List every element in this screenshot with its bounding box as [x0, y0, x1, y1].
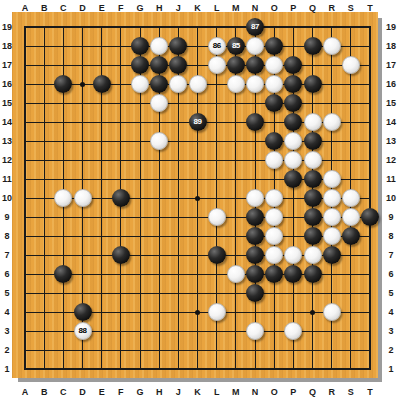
row-label-right: 14: [384, 116, 398, 128]
white-stone-H18[interactable]: [150, 37, 168, 55]
column-label-bottom: N: [247, 386, 263, 398]
black-stone-N8[interactable]: [246, 227, 264, 245]
white-stone-O8[interactable]: [265, 227, 283, 245]
black-stone-P16[interactable]: [284, 75, 302, 93]
column-label-top: L: [209, 2, 225, 14]
column-label-top: H: [151, 2, 167, 14]
black-stone-H16[interactable]: [150, 75, 168, 93]
black-stone-C6[interactable]: [54, 265, 72, 283]
row-label-right: 13: [384, 135, 398, 147]
white-stone-N18[interactable]: [246, 37, 264, 55]
column-label-bottom: A: [17, 386, 33, 398]
black-stone-R7[interactable]: [323, 246, 341, 264]
column-label-top: S: [343, 2, 359, 14]
column-label-top: F: [113, 2, 129, 14]
black-stone-D4[interactable]: [74, 303, 92, 321]
star-point: [310, 310, 315, 315]
black-stone-P6[interactable]: [284, 265, 302, 283]
black-stone-N14[interactable]: [246, 113, 264, 131]
row-label-left: 15: [0, 97, 14, 109]
white-stone-J16[interactable]: [169, 75, 187, 93]
row-label-left: 4: [0, 306, 14, 318]
column-label-bottom: P: [285, 386, 301, 398]
black-stone-O6[interactable]: [265, 265, 283, 283]
row-label-left: 6: [0, 268, 14, 280]
move-number-label: 89: [194, 118, 202, 126]
black-stone-N7[interactable]: [246, 246, 264, 264]
grid-line: [369, 26, 371, 370]
white-stone-N3[interactable]: [246, 322, 264, 340]
column-label-bottom: T: [362, 386, 378, 398]
black-stone-G18[interactable]: [131, 37, 149, 55]
star-point: [195, 196, 200, 201]
row-label-right: 6: [384, 268, 398, 280]
column-label-top: N: [247, 2, 263, 14]
black-stone-N5[interactable]: [246, 284, 264, 302]
white-stone-P12[interactable]: [284, 151, 302, 169]
black-stone-Q8[interactable]: [304, 227, 322, 245]
go-board: 8786858988: [12, 12, 378, 378]
black-stone-O13[interactable]: [265, 132, 283, 150]
black-stone-J17[interactable]: [169, 56, 187, 74]
black-stone-T9[interactable]: [361, 208, 379, 226]
go-app-window: 8786858988 AABBCCDDEEFFGGHHJJKKLLMMNNOOP…: [0, 0, 400, 400]
white-stone-R10[interactable]: [323, 189, 341, 207]
black-stone-E16[interactable]: [93, 75, 111, 93]
white-stone-S9[interactable]: [342, 208, 360, 226]
black-stone-Q18[interactable]: [304, 37, 322, 55]
black-stone-Q11[interactable]: [304, 170, 322, 188]
black-stone-S8[interactable]: [342, 227, 360, 245]
column-label-top: A: [17, 2, 33, 14]
white-stone-L18[interactable]: 86: [208, 37, 226, 55]
black-stone-P14[interactable]: [284, 113, 302, 131]
white-stone-R8[interactable]: [323, 227, 341, 245]
white-stone-O12[interactable]: [265, 151, 283, 169]
move-number-label: 88: [79, 327, 87, 335]
row-label-right: 1: [384, 363, 398, 375]
column-label-top: P: [285, 2, 301, 14]
white-stone-S10[interactable]: [342, 189, 360, 207]
white-stone-N10[interactable]: [246, 189, 264, 207]
white-stone-M6[interactable]: [227, 265, 245, 283]
row-label-right: 15: [384, 97, 398, 109]
column-label-top: M: [228, 2, 244, 14]
white-stone-G16[interactable]: [131, 75, 149, 93]
white-stone-R9[interactable]: [323, 208, 341, 226]
row-label-right: 4: [384, 306, 398, 318]
column-label-bottom: E: [94, 386, 110, 398]
column-label-top: Q: [305, 2, 321, 14]
row-label-right: 18: [384, 40, 398, 52]
row-label-left: 14: [0, 116, 14, 128]
row-label-right: 9: [384, 211, 398, 223]
row-label-right: 17: [384, 59, 398, 71]
row-label-right: 2: [384, 344, 398, 356]
black-stone-P17[interactable]: [284, 56, 302, 74]
column-label-bottom: S: [343, 386, 359, 398]
grid-line: [24, 26, 26, 370]
white-stone-R14[interactable]: [323, 113, 341, 131]
black-stone-F7[interactable]: [112, 246, 130, 264]
row-label-left: 1: [0, 363, 14, 375]
black-stone-Q6[interactable]: [304, 265, 322, 283]
white-stone-P3[interactable]: [284, 322, 302, 340]
column-label-bottom: Q: [305, 386, 321, 398]
black-stone-L7[interactable]: [208, 246, 226, 264]
row-label-right: 11: [384, 173, 398, 185]
white-stone-R18[interactable]: [323, 37, 341, 55]
row-label-left: 3: [0, 325, 14, 337]
black-stone-O15[interactable]: [265, 94, 283, 112]
column-label-bottom: R: [324, 386, 340, 398]
column-label-bottom: D: [75, 386, 91, 398]
column-label-bottom: M: [228, 386, 244, 398]
column-label-bottom: C: [55, 386, 71, 398]
row-label-right: 19: [384, 21, 398, 33]
white-stone-P13[interactable]: [284, 132, 302, 150]
white-stone-H13[interactable]: [150, 132, 168, 150]
column-label-top: O: [266, 2, 282, 14]
black-stone-M18[interactable]: 85: [227, 37, 245, 55]
black-stone-G17[interactable]: [131, 56, 149, 74]
column-label-bottom: J: [170, 386, 186, 398]
row-label-left: 11: [0, 173, 14, 185]
row-label-left: 8: [0, 230, 14, 242]
column-label-bottom: F: [113, 386, 129, 398]
row-label-left: 12: [0, 154, 14, 166]
black-stone-N9[interactable]: [246, 208, 264, 226]
row-label-left: 16: [0, 78, 14, 90]
white-stone-Q12[interactable]: [304, 151, 322, 169]
row-label-right: 8: [384, 230, 398, 242]
row-label-left: 17: [0, 59, 14, 71]
row-label-left: 2: [0, 344, 14, 356]
row-label-right: 10: [384, 192, 398, 204]
column-label-top: C: [55, 2, 71, 14]
white-stone-M16[interactable]: [227, 75, 245, 93]
white-stone-N16[interactable]: [246, 75, 264, 93]
white-stone-K16[interactable]: [189, 75, 207, 93]
white-stone-O17[interactable]: [265, 56, 283, 74]
row-label-left: 10: [0, 192, 14, 204]
row-label-right: 12: [384, 154, 398, 166]
star-point: [195, 310, 200, 315]
black-stone-N19[interactable]: 87: [246, 18, 264, 36]
black-stone-M17[interactable]: [227, 56, 245, 74]
row-label-right: 5: [384, 287, 398, 299]
black-stone-H17[interactable]: [150, 56, 168, 74]
column-label-top: D: [75, 2, 91, 14]
row-label-left: 7: [0, 249, 14, 261]
row-label-left: 13: [0, 135, 14, 147]
black-stone-Q16[interactable]: [304, 75, 322, 93]
column-label-top: E: [94, 2, 110, 14]
move-number-label: 85: [232, 42, 240, 50]
black-stone-Q9[interactable]: [304, 208, 322, 226]
row-label-right: 7: [384, 249, 398, 261]
row-label-left: 18: [0, 40, 14, 52]
move-number-label: 86: [213, 42, 221, 50]
black-stone-F10[interactable]: [112, 189, 130, 207]
column-label-bottom: L: [209, 386, 225, 398]
column-label-top: B: [36, 2, 52, 14]
white-stone-S17[interactable]: [342, 56, 360, 74]
black-stone-C16[interactable]: [54, 75, 72, 93]
column-label-bottom: O: [266, 386, 282, 398]
column-label-top: T: [362, 2, 378, 14]
column-label-bottom: G: [132, 386, 148, 398]
white-stone-O7[interactable]: [265, 246, 283, 264]
white-stone-O9[interactable]: [265, 208, 283, 226]
row-label-right: 16: [384, 78, 398, 90]
move-number-label: 87: [251, 23, 259, 31]
white-stone-R11[interactable]: [323, 170, 341, 188]
row-label-right: 3: [384, 325, 398, 337]
black-stone-J18[interactable]: [169, 37, 187, 55]
black-stone-N6[interactable]: [246, 265, 264, 283]
black-stone-N17[interactable]: [246, 56, 264, 74]
white-stone-C10[interactable]: [54, 189, 72, 207]
white-stone-H15[interactable]: [150, 94, 168, 112]
black-stone-O18[interactable]: [265, 37, 283, 55]
white-stone-L17[interactable]: [208, 56, 226, 74]
white-stone-L9[interactable]: [208, 208, 226, 226]
black-stone-P15[interactable]: [284, 94, 302, 112]
black-stone-P11[interactable]: [284, 170, 302, 188]
star-point: [80, 82, 85, 87]
white-stone-D3[interactable]: 88: [74, 322, 92, 340]
column-label-top: G: [132, 2, 148, 14]
white-stone-D10[interactable]: [74, 189, 92, 207]
row-label-left: 9: [0, 211, 14, 223]
column-label-top: K: [190, 2, 206, 14]
white-stone-O10[interactable]: [265, 189, 283, 207]
white-stone-O16[interactable]: [265, 75, 283, 93]
column-label-top: R: [324, 2, 340, 14]
white-stone-L4[interactable]: [208, 303, 226, 321]
row-label-left: 5: [0, 287, 14, 299]
black-stone-Q13[interactable]: [304, 132, 322, 150]
white-stone-R4[interactable]: [323, 303, 341, 321]
column-label-top: J: [170, 2, 186, 14]
column-label-bottom: B: [36, 386, 52, 398]
white-stone-Q14[interactable]: [304, 113, 322, 131]
black-stone-K14[interactable]: 89: [189, 113, 207, 131]
white-stone-P7[interactable]: [284, 246, 302, 264]
column-label-bottom: K: [190, 386, 206, 398]
row-label-left: 19: [0, 21, 14, 33]
black-stone-Q10[interactable]: [304, 189, 322, 207]
grid-line: [44, 26, 45, 370]
white-stone-Q7[interactable]: [304, 246, 322, 264]
column-label-bottom: H: [151, 386, 167, 398]
